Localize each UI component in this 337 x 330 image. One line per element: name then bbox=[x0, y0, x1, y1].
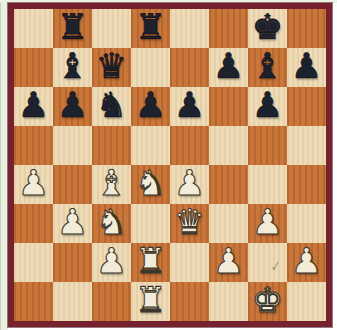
piece-black-rook[interactable]: ♜ bbox=[135, 8, 166, 47]
square-g2[interactable]: ✓ bbox=[248, 243, 287, 282]
square-c2[interactable]: ♟ bbox=[92, 243, 131, 282]
square-d3[interactable] bbox=[131, 204, 170, 243]
square-b4[interactable] bbox=[53, 165, 92, 204]
square-d8[interactable]: ♜ bbox=[131, 9, 170, 48]
square-g5[interactable] bbox=[248, 126, 287, 165]
square-d4[interactable]: ♞ bbox=[131, 165, 170, 204]
square-f2[interactable]: ♟ bbox=[209, 243, 248, 282]
square-b2[interactable] bbox=[53, 243, 92, 282]
square-h7[interactable]: ♟ bbox=[287, 48, 326, 87]
piece-white-pawn[interactable]: ♟ bbox=[252, 203, 283, 242]
square-g4[interactable] bbox=[248, 165, 287, 204]
square-h1[interactable] bbox=[287, 282, 326, 321]
square-g1[interactable]: ♚ bbox=[248, 282, 287, 321]
square-f6[interactable] bbox=[209, 87, 248, 126]
square-c5[interactable] bbox=[92, 126, 131, 165]
square-e5[interactable] bbox=[170, 126, 209, 165]
square-e6[interactable]: ♟ bbox=[170, 87, 209, 126]
square-e7[interactable] bbox=[170, 48, 209, 87]
piece-white-knight[interactable]: ♞ bbox=[96, 203, 127, 242]
square-b7[interactable]: ♝ bbox=[53, 48, 92, 87]
piece-black-knight[interactable]: ♞ bbox=[96, 86, 127, 125]
square-b6[interactable]: ♟ bbox=[53, 87, 92, 126]
square-a2[interactable] bbox=[14, 243, 53, 282]
square-g7[interactable]: ♝ bbox=[248, 48, 287, 87]
square-f1[interactable] bbox=[209, 282, 248, 321]
piece-black-pawn[interactable]: ♟ bbox=[252, 86, 283, 125]
piece-black-pawn[interactable]: ♟ bbox=[135, 86, 166, 125]
square-b5[interactable] bbox=[53, 126, 92, 165]
square-a4[interactable]: ♟ bbox=[14, 165, 53, 204]
square-g6[interactable]: ♟ bbox=[248, 87, 287, 126]
square-a5[interactable] bbox=[14, 126, 53, 165]
piece-white-pawn[interactable]: ♟ bbox=[96, 242, 127, 281]
square-c6[interactable]: ♞ bbox=[92, 87, 131, 126]
square-h8[interactable] bbox=[287, 9, 326, 48]
square-f5[interactable] bbox=[209, 126, 248, 165]
piece-white-rook[interactable]: ♜ bbox=[135, 242, 166, 281]
square-h6[interactable] bbox=[287, 87, 326, 126]
piece-black-pawn[interactable]: ♟ bbox=[291, 47, 322, 86]
square-c3[interactable]: ♞ bbox=[92, 204, 131, 243]
piece-white-rook[interactable]: ♜ bbox=[135, 281, 166, 320]
check-mark-artifact: ✓ bbox=[269, 257, 283, 274]
square-d7[interactable] bbox=[131, 48, 170, 87]
piece-black-pawn[interactable]: ♟ bbox=[57, 86, 88, 125]
square-f8[interactable] bbox=[209, 9, 248, 48]
piece-black-pawn[interactable]: ♟ bbox=[18, 86, 49, 125]
piece-white-pawn[interactable]: ♟ bbox=[57, 203, 88, 242]
square-e8[interactable] bbox=[170, 9, 209, 48]
piece-white-queen[interactable]: ♛ bbox=[174, 203, 205, 242]
piece-black-king[interactable]: ♚ bbox=[252, 8, 283, 47]
piece-white-pawn[interactable]: ♟ bbox=[174, 164, 205, 203]
piece-white-pawn[interactable]: ♟ bbox=[18, 164, 49, 203]
square-d2[interactable]: ♜ bbox=[131, 243, 170, 282]
piece-black-pawn[interactable]: ♟ bbox=[174, 86, 205, 125]
square-a6[interactable]: ♟ bbox=[14, 87, 53, 126]
square-c4[interactable]: ♝ bbox=[92, 165, 131, 204]
square-a1[interactable] bbox=[14, 282, 53, 321]
square-a8[interactable] bbox=[14, 9, 53, 48]
square-f3[interactable] bbox=[209, 204, 248, 243]
square-c7[interactable]: ♛ bbox=[92, 48, 131, 87]
piece-black-bishop[interactable]: ♝ bbox=[57, 47, 88, 86]
square-b8[interactable]: ♜ bbox=[53, 9, 92, 48]
piece-black-rook[interactable]: ♜ bbox=[57, 8, 88, 47]
square-e3[interactable]: ♛ bbox=[170, 204, 209, 243]
square-e1[interactable] bbox=[170, 282, 209, 321]
square-e4[interactable]: ♟ bbox=[170, 165, 209, 204]
square-h4[interactable] bbox=[287, 165, 326, 204]
page-left-margin bbox=[0, 0, 8, 330]
square-a3[interactable] bbox=[14, 204, 53, 243]
square-b3[interactable]: ♟ bbox=[53, 204, 92, 243]
square-f7[interactable]: ♟ bbox=[209, 48, 248, 87]
piece-white-bishop[interactable]: ♝ bbox=[96, 164, 127, 203]
piece-white-pawn[interactable]: ♟ bbox=[213, 242, 244, 281]
piece-black-queen[interactable]: ♛ bbox=[96, 47, 127, 86]
square-e2[interactable] bbox=[170, 243, 209, 282]
chess-board: ♜♜♚♝♛♟♝♟♟♟♞♟♟♟♟♝♞♟♟♞♛♟♟♜♟✓♟♜♚ bbox=[14, 9, 326, 321]
piece-white-pawn[interactable]: ♟ bbox=[291, 242, 322, 281]
piece-black-pawn[interactable]: ♟ bbox=[213, 47, 244, 86]
square-d5[interactable] bbox=[131, 126, 170, 165]
square-h5[interactable] bbox=[287, 126, 326, 165]
piece-white-king[interactable]: ♚ bbox=[252, 281, 283, 320]
square-c8[interactable] bbox=[92, 9, 131, 48]
chess-board-frame: ♜♜♚♝♛♟♝♟♟♟♞♟♟♟♟♝♞♟♟♞♛♟♟♜♟✓♟♜♚ bbox=[8, 3, 332, 327]
square-g3[interactable]: ♟ bbox=[248, 204, 287, 243]
square-a7[interactable] bbox=[14, 48, 53, 87]
square-g8[interactable]: ♚ bbox=[248, 9, 287, 48]
square-h2[interactable]: ♟ bbox=[287, 243, 326, 282]
square-d6[interactable]: ♟ bbox=[131, 87, 170, 126]
square-c1[interactable] bbox=[92, 282, 131, 321]
square-h3[interactable] bbox=[287, 204, 326, 243]
square-f4[interactable] bbox=[209, 165, 248, 204]
square-d1[interactable]: ♜ bbox=[131, 282, 170, 321]
piece-black-bishop[interactable]: ♝ bbox=[252, 47, 283, 86]
piece-white-knight[interactable]: ♞ bbox=[135, 164, 166, 203]
square-b1[interactable] bbox=[53, 282, 92, 321]
